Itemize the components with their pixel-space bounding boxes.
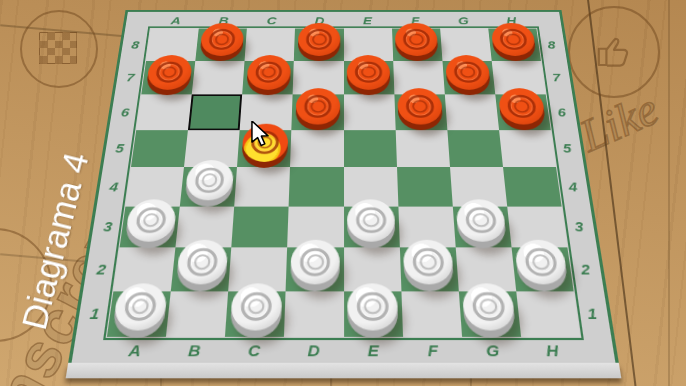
frame-corner xyxy=(72,337,107,363)
col-label-a: A xyxy=(151,12,201,29)
square-e5[interactable] xyxy=(344,130,397,167)
col-label-d: D xyxy=(283,337,343,363)
row-label-2: 2 xyxy=(567,247,603,291)
row-label-4: 4 xyxy=(556,167,590,206)
like-watermark: Like xyxy=(572,82,666,163)
square-g3[interactable] xyxy=(453,206,512,247)
square-a6[interactable] xyxy=(136,94,192,129)
red-piece-d8[interactable] xyxy=(297,28,340,61)
row-label-3: 3 xyxy=(562,206,597,247)
col-label-a: A xyxy=(103,337,166,363)
white-piece-e3[interactable] xyxy=(347,205,396,248)
square-d6[interactable] xyxy=(292,94,344,129)
square-h2[interactable] xyxy=(511,247,573,291)
square-e3[interactable] xyxy=(344,206,400,247)
square-g6[interactable] xyxy=(445,94,499,129)
mini-checkerboard-icon xyxy=(39,32,77,64)
square-b7[interactable] xyxy=(192,61,245,95)
square-b2[interactable] xyxy=(171,247,232,291)
col-label-c: C xyxy=(223,337,284,363)
square-a5[interactable] xyxy=(131,130,188,167)
white-piece-a3[interactable] xyxy=(123,205,176,248)
square-f5[interactable] xyxy=(395,130,449,167)
square-h1[interactable] xyxy=(516,291,580,337)
col-label-e: E xyxy=(344,337,404,363)
col-label-f: F xyxy=(403,337,464,363)
red-piece-b8[interactable] xyxy=(199,28,244,61)
square-b1[interactable] xyxy=(166,291,228,337)
square-a1[interactable] xyxy=(107,291,171,337)
square-f8[interactable] xyxy=(392,29,442,61)
square-f4[interactable] xyxy=(397,167,453,206)
square-a7[interactable] xyxy=(141,61,195,95)
board-perspective-wrap: ABCDEFGH8877665544332211ABCDEFGH xyxy=(68,10,620,366)
white-piece-b4[interactable] xyxy=(184,166,234,206)
square-g1[interactable] xyxy=(459,291,521,337)
col-label-h: H xyxy=(521,337,584,363)
white-piece-b2[interactable] xyxy=(175,247,228,292)
board-side-edge xyxy=(66,363,622,378)
square-h4[interactable] xyxy=(503,167,562,206)
white-piece-d2[interactable] xyxy=(290,247,340,292)
red-piece-f6[interactable] xyxy=(397,94,443,131)
square-h6[interactable] xyxy=(495,94,551,129)
square-g7[interactable] xyxy=(442,61,495,95)
frame-corner xyxy=(125,12,153,29)
square-d1[interactable] xyxy=(284,291,343,337)
thumbs-up-circle xyxy=(568,6,660,98)
square-f2[interactable] xyxy=(399,247,458,291)
square-d8[interactable] xyxy=(294,29,343,61)
frame-corner xyxy=(534,12,562,29)
white-piece-e1[interactable] xyxy=(347,290,398,338)
frame-corner xyxy=(580,337,615,363)
square-d5[interactable] xyxy=(290,130,343,167)
square-b6[interactable] xyxy=(188,94,242,129)
white-piece-g1[interactable] xyxy=(462,290,517,338)
mouse-cursor-icon xyxy=(250,121,270,147)
col-label-g: G xyxy=(439,12,488,29)
row-label-6: 6 xyxy=(546,94,578,129)
square-d2[interactable] xyxy=(286,247,344,291)
col-label-g: G xyxy=(462,337,524,363)
square-c3[interactable] xyxy=(232,206,289,247)
red-piece-h8[interactable] xyxy=(491,28,537,61)
white-piece-c1[interactable] xyxy=(229,290,282,338)
white-piece-a1[interactable] xyxy=(111,290,167,338)
white-piece-f2[interactable] xyxy=(403,247,455,292)
square-e6[interactable] xyxy=(344,94,396,129)
square-c7[interactable] xyxy=(242,61,294,95)
col-label-b: B xyxy=(163,337,225,363)
red-piece-e7[interactable] xyxy=(347,60,391,95)
scene: Inscreva-se Like Diagrama 4 ABCDEFGH8877… xyxy=(0,0,686,386)
red-piece-f8[interactable] xyxy=(395,28,439,61)
square-c4[interactable] xyxy=(234,167,290,206)
checkerboard-logo-icon xyxy=(20,10,98,88)
col-label-c: C xyxy=(247,12,296,29)
red-piece-g7[interactable] xyxy=(445,60,491,95)
square-b4[interactable] xyxy=(180,167,237,206)
red-piece-a7[interactable] xyxy=(145,60,193,95)
white-piece-g3[interactable] xyxy=(456,205,508,248)
square-c1[interactable] xyxy=(225,291,286,337)
checkers-board: ABCDEFGH8877665544332211ABCDEFGH xyxy=(68,10,620,366)
square-f6[interactable] xyxy=(394,94,447,129)
row-label-8: 8 xyxy=(536,29,567,61)
red-piece-h6[interactable] xyxy=(498,94,547,131)
square-g5[interactable] xyxy=(447,130,503,167)
row-label-7: 7 xyxy=(541,61,572,95)
col-label-e: E xyxy=(344,12,392,29)
white-piece-h2[interactable] xyxy=(515,247,570,292)
square-h8[interactable] xyxy=(488,29,541,61)
square-d4[interactable] xyxy=(289,167,344,206)
square-b8[interactable] xyxy=(195,29,247,61)
square-f1[interactable] xyxy=(401,291,462,337)
square-e1[interactable] xyxy=(344,291,403,337)
row-label-5: 5 xyxy=(551,130,584,167)
square-h5[interactable] xyxy=(499,130,556,167)
square-a3[interactable] xyxy=(120,206,180,247)
square-e7[interactable] xyxy=(344,61,395,95)
thumbs-up-icon xyxy=(588,26,640,78)
red-piece-d6[interactable] xyxy=(295,94,340,131)
red-piece-c7[interactable] xyxy=(246,60,291,95)
wood-seam-right xyxy=(668,0,670,386)
